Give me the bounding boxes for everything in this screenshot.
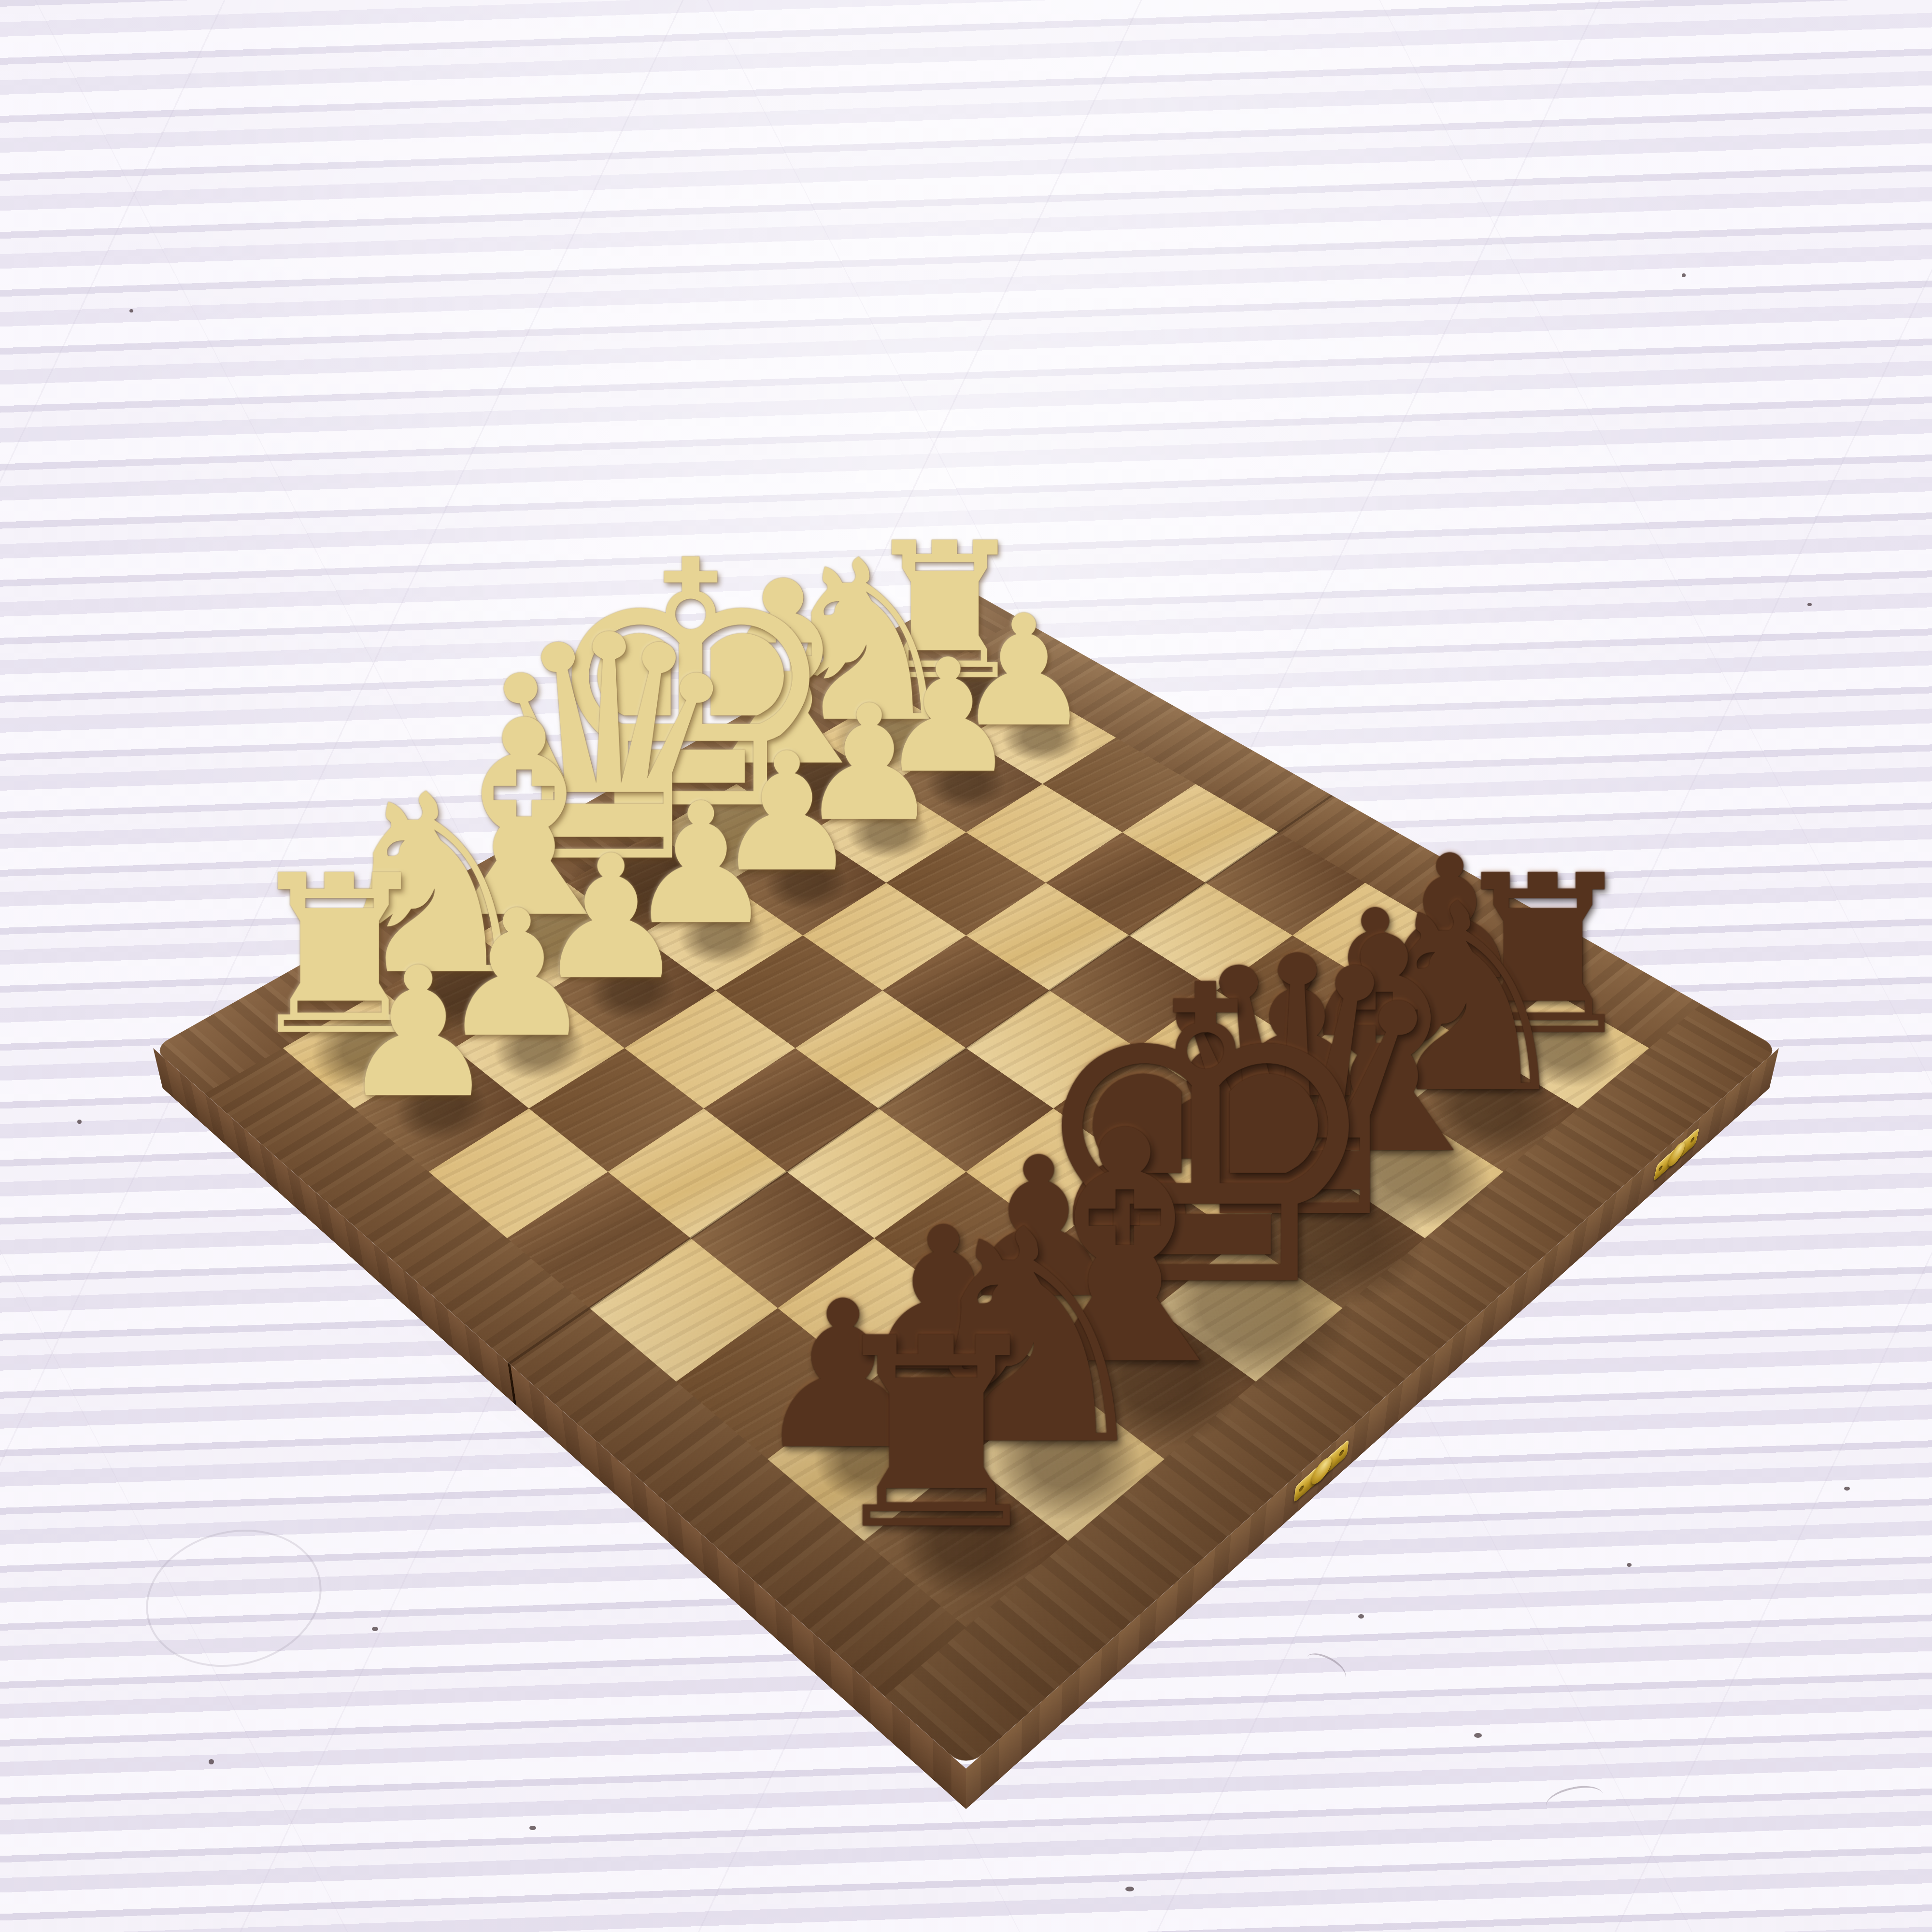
rook-glyph: ♜	[413, 1304, 1460, 1565]
photo-scene: ♜♞♟♝♟♚♟♛♟♝♟♞♟♟♜♟♟♜♟♟♞♟♝♟♛♟♚♟♝♟♞♜	[0, 0, 1932, 1932]
